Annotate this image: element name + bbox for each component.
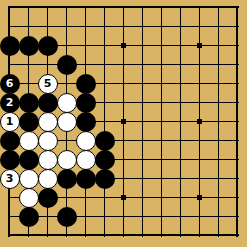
intersection[interactable]: [57, 55, 76, 74]
intersection[interactable]: [95, 188, 114, 207]
star-point: [121, 119, 126, 124]
intersection[interactable]: [152, 226, 171, 245]
intersection[interactable]: [38, 0, 57, 17]
white-stone: [38, 150, 58, 170]
intersection[interactable]: [209, 55, 228, 74]
intersection[interactable]: [133, 36, 152, 55]
intersection[interactable]: [228, 112, 247, 131]
move-number-label: 3: [6, 173, 14, 184]
intersection[interactable]: [19, 74, 38, 93]
white-stone: 3: [0, 169, 20, 189]
intersection[interactable]: [0, 17, 19, 36]
intersection[interactable]: [38, 169, 57, 188]
intersection[interactable]: [0, 36, 19, 55]
intersection[interactable]: [57, 188, 76, 207]
white-stone: [57, 112, 77, 132]
intersection[interactable]: [57, 74, 76, 93]
intersection[interactable]: [152, 0, 171, 17]
intersection[interactable]: [133, 112, 152, 131]
intersection[interactable]: [209, 74, 228, 93]
intersection[interactable]: [209, 226, 228, 245]
intersection[interactable]: [133, 150, 152, 169]
black-stone: [95, 131, 115, 151]
intersection[interactable]: [114, 93, 133, 112]
intersection[interactable]: [95, 17, 114, 36]
intersection[interactable]: [114, 74, 133, 93]
intersection[interactable]: [190, 0, 209, 17]
intersection[interactable]: [95, 131, 114, 150]
intersection[interactable]: 1: [0, 112, 19, 131]
intersection[interactable]: [133, 207, 152, 226]
move-number-label: 5: [44, 78, 52, 89]
intersection[interactable]: [114, 226, 133, 245]
star-point: [197, 195, 202, 200]
intersection[interactable]: [171, 169, 190, 188]
intersection[interactable]: [209, 0, 228, 17]
intersection[interactable]: [228, 74, 247, 93]
white-stone: [38, 112, 58, 132]
intersection[interactable]: [171, 93, 190, 112]
star-point: [121, 195, 126, 200]
intersection[interactable]: [152, 93, 171, 112]
black-stone: [57, 55, 77, 75]
intersection[interactable]: [152, 207, 171, 226]
intersection[interactable]: [19, 17, 38, 36]
intersection[interactable]: [38, 93, 57, 112]
black-stone: [76, 74, 96, 94]
intersection[interactable]: 2: [0, 93, 19, 112]
white-stone: [19, 131, 39, 151]
intersection[interactable]: [76, 17, 95, 36]
white-stone: [76, 131, 96, 151]
intersection[interactable]: [114, 131, 133, 150]
star-point: [197, 119, 202, 124]
intersection[interactable]: [209, 188, 228, 207]
intersection[interactable]: [171, 17, 190, 36]
intersection[interactable]: [209, 150, 228, 169]
intersection[interactable]: [19, 207, 38, 226]
white-stone: [57, 150, 77, 170]
intersection[interactable]: [95, 112, 114, 131]
intersection[interactable]: [133, 131, 152, 150]
intersection[interactable]: [133, 17, 152, 36]
black-stone: [95, 150, 115, 170]
intersection[interactable]: [57, 131, 76, 150]
black-stone: [19, 93, 39, 113]
intersection[interactable]: [152, 150, 171, 169]
intersection[interactable]: [95, 93, 114, 112]
intersection[interactable]: [190, 17, 209, 36]
intersection[interactable]: [76, 112, 95, 131]
intersection[interactable]: [171, 226, 190, 245]
intersection[interactable]: [76, 93, 95, 112]
intersection[interactable]: [171, 207, 190, 226]
intersection[interactable]: [57, 93, 76, 112]
black-stone: [19, 112, 39, 132]
intersection[interactable]: [228, 55, 247, 74]
white-stone: [57, 93, 77, 113]
black-stone: [0, 131, 20, 151]
intersection[interactable]: [76, 169, 95, 188]
black-stone: [19, 207, 39, 227]
intersection[interactable]: [190, 226, 209, 245]
intersection[interactable]: [152, 74, 171, 93]
intersection[interactable]: [19, 150, 38, 169]
intersection[interactable]: [38, 131, 57, 150]
intersection[interactable]: [95, 150, 114, 169]
black-stone: [76, 169, 96, 189]
intersection[interactable]: [114, 36, 133, 55]
intersection[interactable]: [190, 150, 209, 169]
intersection[interactable]: [190, 188, 209, 207]
intersection[interactable]: [190, 55, 209, 74]
intersection[interactable]: [38, 36, 57, 55]
intersection[interactable]: [76, 207, 95, 226]
black-stone: [57, 207, 77, 227]
intersection[interactable]: [228, 36, 247, 55]
intersection[interactable]: [0, 131, 19, 150]
intersection[interactable]: [114, 112, 133, 131]
black-stone: [38, 36, 58, 56]
intersection[interactable]: [0, 226, 19, 245]
intersection[interactable]: [209, 131, 228, 150]
intersection[interactable]: [38, 55, 57, 74]
intersection[interactable]: [114, 17, 133, 36]
intersection[interactable]: [228, 131, 247, 150]
intersection[interactable]: [152, 169, 171, 188]
intersection[interactable]: [171, 36, 190, 55]
intersection[interactable]: [190, 74, 209, 93]
intersection[interactable]: [38, 17, 57, 36]
intersection[interactable]: [133, 55, 152, 74]
intersection[interactable]: [19, 112, 38, 131]
go-board: 65213: [0, 0, 247, 245]
intersection[interactable]: [171, 150, 190, 169]
move-number-label: 6: [6, 78, 14, 89]
white-stone: [76, 150, 96, 170]
black-stone: [76, 112, 96, 132]
intersection[interactable]: [171, 74, 190, 93]
intersection[interactable]: [228, 0, 247, 17]
intersection[interactable]: [133, 74, 152, 93]
black-stone: [0, 150, 20, 170]
black-stone: [76, 93, 96, 113]
intersection[interactable]: [228, 188, 247, 207]
intersection[interactable]: [133, 93, 152, 112]
intersection[interactable]: [76, 0, 95, 17]
intersection[interactable]: [228, 17, 247, 36]
intersection[interactable]: [95, 226, 114, 245]
black-stone: [95, 169, 115, 189]
intersection[interactable]: [228, 169, 247, 188]
intersection[interactable]: [190, 169, 209, 188]
intersection[interactable]: [95, 0, 114, 17]
intersection[interactable]: [209, 169, 228, 188]
intersection[interactable]: [114, 169, 133, 188]
intersection[interactable]: [57, 169, 76, 188]
black-stone: [57, 169, 77, 189]
intersection[interactable]: [95, 36, 114, 55]
intersection[interactable]: [152, 17, 171, 36]
white-stone: [38, 131, 58, 151]
intersection[interactable]: [190, 36, 209, 55]
intersection[interactable]: [152, 112, 171, 131]
intersection[interactable]: [209, 207, 228, 226]
intersection[interactable]: [228, 226, 247, 245]
intersection[interactable]: [19, 131, 38, 150]
intersection[interactable]: [152, 131, 171, 150]
intersection[interactable]: [38, 150, 57, 169]
black-stone: 2: [0, 93, 20, 113]
intersection[interactable]: [228, 93, 247, 112]
intersection[interactable]: [152, 55, 171, 74]
black-stone: 6: [0, 74, 20, 94]
intersection[interactable]: [95, 55, 114, 74]
intersection[interactable]: [133, 0, 152, 17]
intersection[interactable]: [209, 112, 228, 131]
intersection[interactable]: [57, 112, 76, 131]
move-number-label: 2: [6, 97, 14, 108]
intersection[interactable]: [133, 226, 152, 245]
go-diagram: 65213: [0, 0, 247, 247]
intersection[interactable]: [38, 207, 57, 226]
intersection[interactable]: [190, 93, 209, 112]
white-stone: 1: [0, 112, 20, 132]
intersection[interactable]: [114, 207, 133, 226]
intersection[interactable]: [171, 55, 190, 74]
intersection[interactable]: [19, 36, 38, 55]
intersection[interactable]: [0, 55, 19, 74]
intersection[interactable]: [95, 207, 114, 226]
black-stone: [19, 36, 39, 56]
intersection[interactable]: [38, 112, 57, 131]
star-point: [121, 43, 126, 48]
star-point: [197, 43, 202, 48]
intersection[interactable]: [190, 131, 209, 150]
intersection[interactable]: [57, 207, 76, 226]
intersection[interactable]: [57, 150, 76, 169]
intersection[interactable]: [19, 188, 38, 207]
intersection[interactable]: [57, 226, 76, 245]
intersection[interactable]: [38, 226, 57, 245]
move-number-label: 1: [6, 116, 14, 127]
intersection[interactable]: [76, 226, 95, 245]
intersection[interactable]: [171, 188, 190, 207]
white-stone: 5: [38, 74, 58, 94]
intersection[interactable]: [76, 36, 95, 55]
black-stone: [38, 93, 58, 113]
intersection[interactable]: [57, 17, 76, 36]
intersection[interactable]: [152, 36, 171, 55]
intersection[interactable]: [190, 112, 209, 131]
intersection[interactable]: [76, 150, 95, 169]
intersection[interactable]: [95, 74, 114, 93]
white-stone: [19, 169, 39, 189]
intersection[interactable]: 3: [0, 169, 19, 188]
intersection[interactable]: [133, 169, 152, 188]
intersection[interactable]: [190, 207, 209, 226]
intersection[interactable]: [209, 36, 228, 55]
intersection[interactable]: [38, 188, 57, 207]
intersection[interactable]: [19, 0, 38, 17]
intersection[interactable]: [19, 169, 38, 188]
intersection[interactable]: [76, 131, 95, 150]
intersection[interactable]: [57, 36, 76, 55]
intersection[interactable]: [209, 17, 228, 36]
intersection[interactable]: [19, 226, 38, 245]
intersection[interactable]: 5: [38, 74, 57, 93]
white-stone: [19, 188, 39, 208]
intersection[interactable]: [76, 74, 95, 93]
black-stone: [0, 36, 20, 56]
intersection[interactable]: [171, 0, 190, 17]
black-stone: [19, 150, 39, 170]
intersection[interactable]: [114, 188, 133, 207]
intersection[interactable]: [19, 55, 38, 74]
intersection[interactable]: [114, 150, 133, 169]
intersection[interactable]: [57, 0, 76, 17]
intersection[interactable]: [0, 0, 19, 17]
intersection[interactable]: 6: [0, 74, 19, 93]
intersection[interactable]: [114, 55, 133, 74]
intersection[interactable]: [95, 169, 114, 188]
intersection[interactable]: [209, 93, 228, 112]
black-stone: [38, 188, 58, 208]
intersection[interactable]: [19, 93, 38, 112]
intersection[interactable]: [76, 188, 95, 207]
intersection[interactable]: [114, 0, 133, 17]
white-stone: [38, 169, 58, 189]
intersection[interactable]: [171, 131, 190, 150]
intersection[interactable]: [228, 150, 247, 169]
intersection[interactable]: [0, 188, 19, 207]
intersection[interactable]: [171, 112, 190, 131]
intersection[interactable]: [152, 188, 171, 207]
intersection[interactable]: [228, 207, 247, 226]
intersection[interactable]: [76, 55, 95, 74]
intersection[interactable]: [0, 150, 19, 169]
intersection[interactable]: [133, 188, 152, 207]
intersection[interactable]: [0, 207, 19, 226]
